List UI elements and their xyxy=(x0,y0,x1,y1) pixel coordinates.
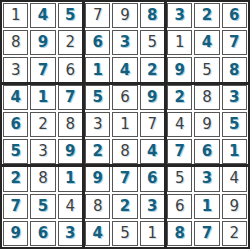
cell-r7c3[interactable]: 1 xyxy=(58,166,83,191)
sudoku-board: 1457983268926351473761429584175692836283… xyxy=(0,0,250,249)
cell-r3c2[interactable]: 7 xyxy=(30,57,55,82)
solved-digit: 2 xyxy=(92,144,102,159)
cell-r2c2[interactable]: 9 xyxy=(30,30,55,55)
solved-digit: 3 xyxy=(120,35,130,50)
solved-digit: 2 xyxy=(120,199,130,214)
given-digit: 8 xyxy=(66,117,76,132)
given-digit: 2 xyxy=(38,117,48,132)
cell-r3c5[interactable]: 4 xyxy=(112,57,137,82)
solved-digit: 7 xyxy=(65,90,75,105)
solved-digit: 8 xyxy=(147,8,157,23)
solved-digit: 4 xyxy=(202,35,212,50)
cell-r4c8[interactable]: 8 xyxy=(194,85,219,110)
solved-digit: 4 xyxy=(147,144,157,159)
solved-digit: 2 xyxy=(147,63,157,78)
given-digit: 8 xyxy=(93,199,103,214)
solved-digit: 1 xyxy=(202,199,212,214)
cell-r1c5[interactable]: 9 xyxy=(112,3,137,28)
given-digit: 7 xyxy=(93,8,103,23)
cell-r2c8[interactable]: 4 xyxy=(194,30,219,55)
cell-r8c4[interactable]: 8 xyxy=(85,194,110,219)
given-digit: 4 xyxy=(66,199,76,214)
given-digit: 2 xyxy=(230,226,240,241)
cell-r2c6[interactable]: 5 xyxy=(140,30,165,55)
solved-digit: 3 xyxy=(202,171,212,186)
cell-r8c8[interactable]: 1 xyxy=(194,194,219,219)
cell-r3c7[interactable]: 9 xyxy=(167,57,192,82)
cell-r1c1[interactable]: 1 xyxy=(3,3,28,28)
solved-digit: 5 xyxy=(229,117,239,132)
solved-digit: 8 xyxy=(174,226,184,241)
solved-digit: 6 xyxy=(92,35,102,50)
cell-r1c7[interactable]: 3 xyxy=(167,3,192,28)
solved-digit: 9 xyxy=(10,226,20,241)
solved-digit: 1 xyxy=(38,90,48,105)
given-digit: 1 xyxy=(148,226,158,241)
cell-r7c4[interactable]: 9 xyxy=(85,166,110,191)
cell-r1c9[interactable]: 6 xyxy=(222,3,247,28)
solved-digit: 7 xyxy=(10,199,20,214)
cell-r4c4[interactable]: 5 xyxy=(85,85,110,110)
cell-r1c4[interactable]: 7 xyxy=(85,3,110,28)
solved-digit: 9 xyxy=(147,90,157,105)
solved-digit: 4 xyxy=(120,63,130,78)
given-digit: 9 xyxy=(120,8,130,23)
given-digit: 8 xyxy=(11,35,21,50)
cell-r9c8[interactable]: 7 xyxy=(194,221,219,246)
cell-r4c9[interactable]: 3 xyxy=(222,85,247,110)
given-digit: 8 xyxy=(120,144,130,159)
cell-r3c1[interactable]: 3 xyxy=(3,57,28,82)
solved-digit: 9 xyxy=(65,144,75,159)
given-digit: 1 xyxy=(11,8,21,23)
solved-digit: 3 xyxy=(65,226,75,241)
solved-digit: 5 xyxy=(92,90,102,105)
given-digit: 5 xyxy=(120,226,130,241)
cell-r7c6[interactable]: 6 xyxy=(140,166,165,191)
cell-r8c2[interactable]: 5 xyxy=(30,194,55,219)
cell-r9c6[interactable]: 1 xyxy=(140,221,165,246)
cell-r6c1[interactable]: 5 xyxy=(3,139,28,164)
cell-r4c2[interactable]: 1 xyxy=(30,85,55,110)
cell-r9c4[interactable]: 4 xyxy=(85,221,110,246)
solved-digit: 9 xyxy=(174,63,184,78)
cell-r6c9[interactable]: 1 xyxy=(222,139,247,164)
cell-r5c2[interactable]: 2 xyxy=(30,112,55,137)
solved-digit: 3 xyxy=(229,90,239,105)
cell-r8c9[interactable]: 9 xyxy=(222,194,247,219)
solved-digit: 2 xyxy=(10,171,20,186)
solved-digit: 6 xyxy=(202,144,212,159)
given-digit: 4 xyxy=(230,171,240,186)
given-digit: 5 xyxy=(175,171,185,186)
cell-r5c8[interactable]: 9 xyxy=(194,112,219,137)
given-digit: 3 xyxy=(38,144,48,159)
given-digit: 4 xyxy=(175,117,185,132)
solved-digit: 1 xyxy=(229,144,239,159)
cell-r2c3[interactable]: 2 xyxy=(58,30,83,55)
cell-r8c5[interactable]: 2 xyxy=(112,194,137,219)
cell-r4c1[interactable]: 4 xyxy=(3,85,28,110)
solved-digit: 3 xyxy=(174,8,184,23)
solved-digit: 3 xyxy=(147,199,157,214)
cell-r9c9[interactable]: 2 xyxy=(222,221,247,246)
cell-r7c9[interactable]: 4 xyxy=(222,166,247,191)
cell-r9c7[interactable]: 8 xyxy=(167,221,192,246)
solved-digit: 2 xyxy=(174,90,184,105)
solved-digit: 7 xyxy=(120,171,130,186)
cell-r3c4[interactable]: 1 xyxy=(85,57,110,82)
solved-digit: 4 xyxy=(10,90,20,105)
cell-r5c7[interactable]: 4 xyxy=(167,112,192,137)
cell-r2c5[interactable]: 3 xyxy=(112,30,137,55)
cell-r4c6[interactable]: 9 xyxy=(140,85,165,110)
solved-digit: 7 xyxy=(202,226,212,241)
given-digit: 3 xyxy=(11,63,21,78)
cell-r7c8[interactable]: 3 xyxy=(194,166,219,191)
given-digit: 9 xyxy=(202,117,212,132)
solved-digit: 2 xyxy=(202,8,212,23)
cell-r9c5[interactable]: 5 xyxy=(112,221,137,246)
cell-r6c4[interactable]: 2 xyxy=(85,139,110,164)
given-digit: 5 xyxy=(202,63,212,78)
cell-r2c9[interactable]: 7 xyxy=(222,30,247,55)
cell-r9c1[interactable]: 9 xyxy=(3,221,28,246)
cell-r1c8[interactable]: 2 xyxy=(194,3,219,28)
cell-r6c7[interactable]: 7 xyxy=(167,139,192,164)
cell-r4c5[interactable]: 6 xyxy=(112,85,137,110)
given-digit: 8 xyxy=(38,171,48,186)
cell-r9c3[interactable]: 3 xyxy=(58,221,83,246)
cell-r6c8[interactable]: 6 xyxy=(194,139,219,164)
cell-r4c3[interactable]: 7 xyxy=(58,85,83,110)
cell-r5c1[interactable]: 6 xyxy=(3,112,28,137)
solved-digit: 7 xyxy=(174,144,184,159)
cell-r8c1[interactable]: 7 xyxy=(3,194,28,219)
solved-digit: 6 xyxy=(38,226,48,241)
cell-r7c5[interactable]: 7 xyxy=(112,166,137,191)
cell-r1c6[interactable]: 8 xyxy=(140,3,165,28)
solved-digit: 6 xyxy=(147,171,157,186)
given-digit: 8 xyxy=(202,90,212,105)
solved-digit: 4 xyxy=(92,226,102,241)
solved-digit: 1 xyxy=(65,171,75,186)
cell-r7c1[interactable]: 2 xyxy=(3,166,28,191)
solved-digit: 5 xyxy=(38,199,48,214)
given-digit: 3 xyxy=(93,117,103,132)
given-digit: 6 xyxy=(120,90,130,105)
cell-r3c8[interactable]: 5 xyxy=(194,57,219,82)
cell-r7c7[interactable]: 5 xyxy=(167,166,192,191)
solved-digit: 9 xyxy=(92,171,102,186)
given-digit: 9 xyxy=(230,199,240,214)
solved-digit: 1 xyxy=(92,63,102,78)
cell-r5c3[interactable]: 8 xyxy=(58,112,83,137)
cell-r6c6[interactable]: 4 xyxy=(140,139,165,164)
cell-r5c5[interactable]: 1 xyxy=(112,112,137,137)
cell-r8c3[interactable]: 4 xyxy=(58,194,83,219)
solved-digit: 5 xyxy=(10,144,20,159)
cell-r1c3[interactable]: 5 xyxy=(58,3,83,28)
cell-r6c3[interactable]: 9 xyxy=(58,139,83,164)
solved-digit: 9 xyxy=(38,35,48,50)
cell-r5c9[interactable]: 5 xyxy=(222,112,247,137)
given-digit: 5 xyxy=(148,35,158,50)
cell-r3c9[interactable]: 8 xyxy=(222,57,247,82)
solved-digit: 7 xyxy=(229,35,239,50)
given-digit: 6 xyxy=(175,199,185,214)
given-digit: 2 xyxy=(66,35,76,50)
cell-r2c7[interactable]: 1 xyxy=(167,30,192,55)
given-digit: 7 xyxy=(148,117,158,132)
cell-r2c4[interactable]: 6 xyxy=(85,30,110,55)
cell-r5c4[interactable]: 3 xyxy=(85,112,110,137)
cell-r4c7[interactable]: 2 xyxy=(167,85,192,110)
cell-r9c2[interactable]: 6 xyxy=(30,221,55,246)
cell-r2c1[interactable]: 8 xyxy=(3,30,28,55)
cell-r8c6[interactable]: 3 xyxy=(140,194,165,219)
cell-r1c2[interactable]: 4 xyxy=(30,3,55,28)
cell-r6c5[interactable]: 8 xyxy=(112,139,137,164)
solved-digit: 6 xyxy=(229,8,239,23)
cell-r6c2[interactable]: 3 xyxy=(30,139,55,164)
cell-r7c2[interactable]: 8 xyxy=(30,166,55,191)
solved-digit: 4 xyxy=(38,8,48,23)
solved-digit: 6 xyxy=(10,117,20,132)
cell-r3c3[interactable]: 6 xyxy=(58,57,83,82)
given-digit: 1 xyxy=(175,35,185,50)
cell-r8c7[interactable]: 6 xyxy=(167,194,192,219)
cell-r3c6[interactable]: 2 xyxy=(140,57,165,82)
cell-r5c6[interactable]: 7 xyxy=(140,112,165,137)
given-digit: 6 xyxy=(66,63,76,78)
solved-digit: 8 xyxy=(229,63,239,78)
solved-digit: 5 xyxy=(65,8,75,23)
solved-digit: 7 xyxy=(38,63,48,78)
given-digit: 1 xyxy=(120,117,130,132)
